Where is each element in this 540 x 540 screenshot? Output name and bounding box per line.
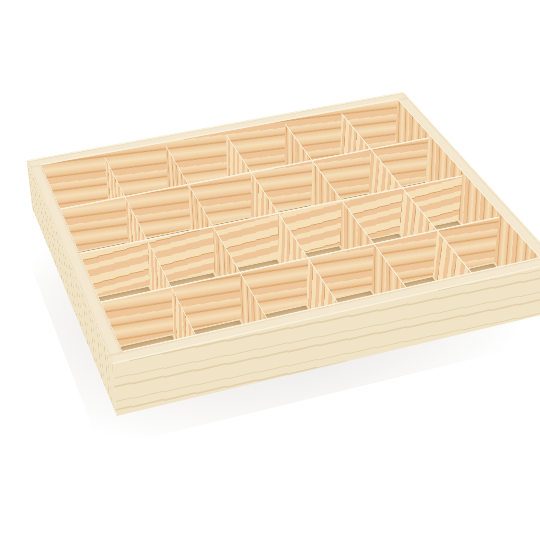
product-photo-scene <box>0 0 540 540</box>
wooden-tray <box>46 145 533 404</box>
